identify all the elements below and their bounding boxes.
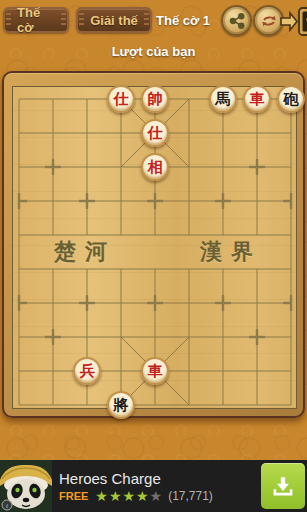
piece-red-advisor[interactable]: 仕 [107,85,135,113]
top-bar: Thế cờ Giải thế Thế cờ 1 [0,0,307,40]
puzzle-title: Thế cờ 1 [156,13,210,28]
river-label-han-jie: 漢界 [195,237,267,267]
piece-red-general[interactable]: 帥 [141,85,169,113]
piece-red-elephant[interactable]: 相 [141,153,169,181]
board-frame: 楚河 漢界 仕帥馬車砲仕相兵車將 [2,71,305,418]
download-button[interactable] [261,463,305,509]
panda-icon: i [0,460,52,512]
piece-red-chariot[interactable]: 車 [243,85,271,113]
ad-rating-count: (17,771) [168,489,213,503]
piece-red-advisor[interactable]: 仕 [141,119,169,147]
piece-black-cannon[interactable]: 砲 [277,85,305,113]
ad-app-icon[interactable]: i [0,460,52,512]
exit-door-icon [280,6,307,37]
tab-the-co[interactable]: Thế cờ [3,7,69,33]
river-label-chu-he: 楚河 [49,237,121,267]
exit-button[interactable] [280,6,307,37]
ad-price: FREE [59,490,88,502]
piece-black-general[interactable]: 將 [107,391,135,419]
refresh-icon [259,11,279,31]
share-button[interactable] [221,5,252,36]
app-screen: Thế cờ Giải thế Thế cờ 1 [0,0,307,512]
piece-black-horse[interactable]: 馬 [209,85,237,113]
xiangqi-board[interactable]: 楚河 漢界 仕帥馬車砲仕相兵車將 [12,86,297,409]
share-icon [227,11,246,30]
svg-text:i: i [6,502,8,510]
download-icon [270,473,296,499]
turn-status-label: Lượt của bạn [0,44,307,59]
piece-red-soldier[interactable]: 兵 [73,357,101,385]
piece-red-chariot[interactable]: 車 [141,357,169,385]
ad-title: Heroes Charge [59,470,261,487]
tab-giai-the[interactable]: Giải thế [76,7,152,33]
ad-rating-stars: ★★★★★ [95,489,163,503]
ad-banner[interactable]: i Heroes Charge FREE ★★★★★ (17,771) [0,460,307,512]
ad-text-block: Heroes Charge FREE ★★★★★ (17,771) [52,470,261,503]
